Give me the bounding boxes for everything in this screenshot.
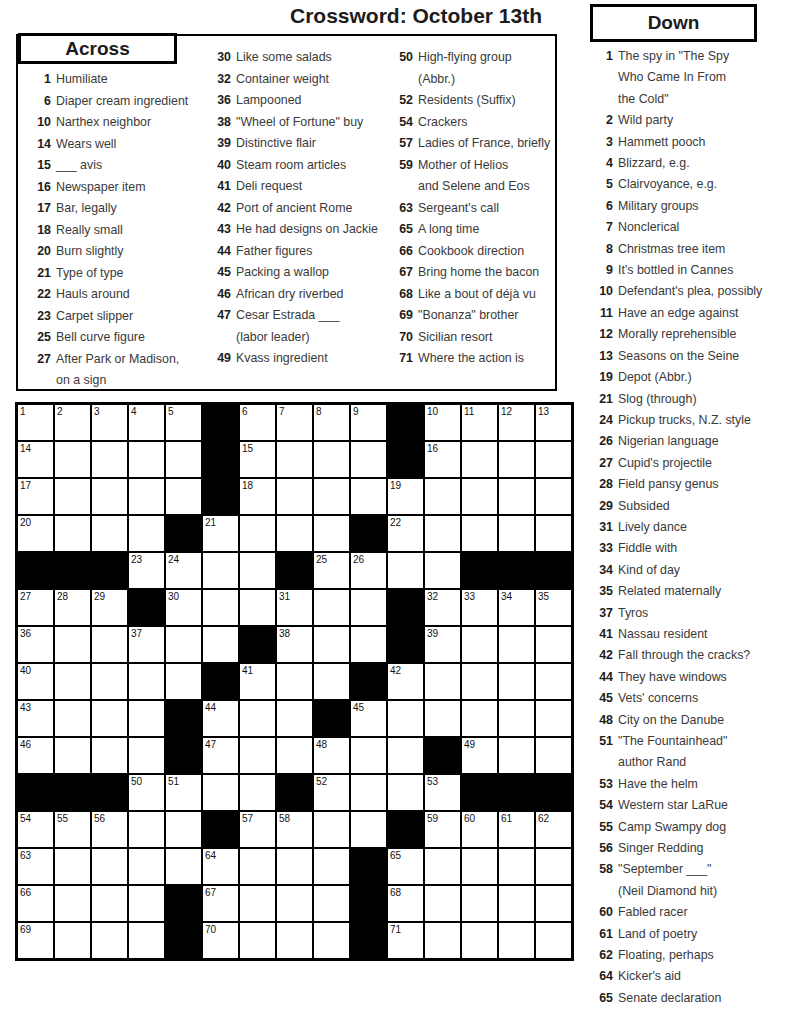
cell-number: 44 bbox=[205, 702, 216, 713]
cell-r11c5[interactable]: 51 bbox=[165, 774, 202, 811]
cell-r7c2[interactable] bbox=[54, 626, 91, 663]
cell-r14c7[interactable] bbox=[239, 885, 276, 922]
cell-r12c4[interactable] bbox=[128, 811, 165, 848]
block-r5c8 bbox=[276, 552, 313, 589]
cell-r1c2[interactable]: 2 bbox=[54, 404, 91, 441]
clue-number: 61 bbox=[589, 924, 613, 945]
cell-r10c11[interactable] bbox=[387, 737, 424, 774]
down-header: Down bbox=[590, 4, 757, 42]
cell-r9c3[interactable] bbox=[91, 700, 128, 737]
cell-number: 57 bbox=[242, 813, 253, 824]
cell-number: 58 bbox=[279, 813, 290, 824]
clue-text: Container weight bbox=[236, 69, 329, 91]
cell-r1c14[interactable]: 12 bbox=[498, 404, 535, 441]
cell-r3c13[interactable] bbox=[461, 478, 498, 515]
block-r9c9 bbox=[313, 700, 350, 737]
cell-r9c10[interactable]: 45 bbox=[350, 700, 387, 737]
cell-r14c2[interactable] bbox=[54, 885, 91, 922]
cell-r12c3[interactable]: 56 bbox=[91, 811, 128, 848]
cell-r11c6[interactable] bbox=[202, 774, 239, 811]
cell-r4c9[interactable] bbox=[313, 515, 350, 552]
cell-r14c15[interactable] bbox=[535, 885, 572, 922]
cell-r2c9[interactable] bbox=[313, 441, 350, 478]
cell-r1c13[interactable]: 11 bbox=[461, 404, 498, 441]
clue-number: 35 bbox=[589, 581, 613, 602]
clue-text: Port of ancient Rome bbox=[236, 198, 352, 220]
clue-down-12: 12Morally reprehensible bbox=[589, 324, 789, 345]
cell-r9c12[interactable] bbox=[424, 700, 461, 737]
cell-r13c13[interactable] bbox=[461, 848, 498, 885]
cell-r11c7[interactable] bbox=[239, 774, 276, 811]
cell-r5c9[interactable]: 25 bbox=[313, 552, 350, 589]
cell-r3c8[interactable] bbox=[276, 478, 313, 515]
clue-text: Cookbook direction bbox=[418, 241, 524, 263]
cell-number: 67 bbox=[205, 887, 216, 898]
block-r13c10 bbox=[350, 848, 387, 885]
cell-r2c10[interactable] bbox=[350, 441, 387, 478]
cell-number: 40 bbox=[20, 665, 31, 676]
cell-r15c1[interactable]: 69 bbox=[17, 922, 54, 959]
cell-r1c15[interactable]: 13 bbox=[535, 404, 572, 441]
cell-r1c4[interactable]: 4 bbox=[128, 404, 165, 441]
clue-across-66: 66Cookbook direction bbox=[389, 241, 567, 263]
cell-r14c12[interactable] bbox=[424, 885, 461, 922]
cell-r10c7[interactable] bbox=[239, 737, 276, 774]
cell-r8c2[interactable] bbox=[54, 663, 91, 700]
clue-text: Pickup trucks, N.Z. style bbox=[618, 410, 751, 431]
cell-r14c1[interactable]: 66 bbox=[17, 885, 54, 922]
cell-r13c9[interactable] bbox=[313, 848, 350, 885]
crossword-page: Crossword: October 13th Across 1Humiliat… bbox=[0, 0, 791, 1024]
cell-r6c12[interactable]: 32 bbox=[424, 589, 461, 626]
clue-down-55: 55Camp Swampy dog bbox=[589, 817, 789, 838]
block-r3c6 bbox=[202, 478, 239, 515]
cell-r9c14[interactable] bbox=[498, 700, 535, 737]
cell-r6c14[interactable]: 34 bbox=[498, 589, 535, 626]
clue-down-45: 45Vets' concerns bbox=[589, 688, 789, 709]
cell-r2c5[interactable] bbox=[165, 441, 202, 478]
cell-number: 5 bbox=[168, 406, 174, 417]
cell-r1c8[interactable]: 7 bbox=[276, 404, 313, 441]
cell-r7c8[interactable]: 38 bbox=[276, 626, 313, 663]
cell-r13c15[interactable] bbox=[535, 848, 572, 885]
cell-r5c12[interactable] bbox=[424, 552, 461, 589]
cell-r9c6[interactable]: 44 bbox=[202, 700, 239, 737]
cell-r13c12[interactable] bbox=[424, 848, 461, 885]
clue-across-49: 49Kvass ingredient bbox=[207, 348, 389, 370]
clue-text: Seasons on the Seine bbox=[618, 346, 739, 367]
cell-r4c7[interactable] bbox=[239, 515, 276, 552]
cell-r10c4[interactable] bbox=[128, 737, 165, 774]
cell-number: 31 bbox=[279, 591, 290, 602]
clue-across-40: 40Steam room articles bbox=[207, 155, 389, 177]
cell-r13c5[interactable] bbox=[165, 848, 202, 885]
cell-r8c9[interactable] bbox=[313, 663, 350, 700]
cell-r4c15[interactable] bbox=[535, 515, 572, 552]
clue-number: 36 bbox=[207, 90, 231, 112]
clue-number: 3 bbox=[589, 132, 613, 153]
cell-r6c1[interactable]: 27 bbox=[17, 589, 54, 626]
clue-text: A long time bbox=[418, 219, 479, 241]
cell-r15c13[interactable] bbox=[461, 922, 498, 959]
cell-r6c15[interactable]: 35 bbox=[535, 589, 572, 626]
clue-down-34: 34Kind of day bbox=[589, 560, 789, 581]
cell-r8c7[interactable]: 41 bbox=[239, 663, 276, 700]
cell-r4c13[interactable] bbox=[461, 515, 498, 552]
cell-r15c11[interactable]: 71 bbox=[387, 922, 424, 959]
cell-r7c10[interactable] bbox=[350, 626, 387, 663]
clue-text: Fabled racer bbox=[618, 902, 688, 923]
cell-r9c11[interactable] bbox=[387, 700, 424, 737]
cell-number: 51 bbox=[168, 776, 179, 787]
clue-number: 10 bbox=[589, 281, 613, 302]
clue-number: 42 bbox=[207, 198, 231, 220]
cell-r1c10[interactable]: 9 bbox=[350, 404, 387, 441]
cell-r4c6[interactable]: 21 bbox=[202, 515, 239, 552]
cell-r6c13[interactable]: 33 bbox=[461, 589, 498, 626]
clue-text: The spy in "The Spy Who Came In From the… bbox=[618, 46, 742, 110]
cell-r14c11[interactable]: 68 bbox=[387, 885, 424, 922]
cell-r14c9[interactable] bbox=[313, 885, 350, 922]
cell-r5c7[interactable] bbox=[239, 552, 276, 589]
cell-r3c4[interactable] bbox=[128, 478, 165, 515]
cell-r2c7[interactable]: 15 bbox=[239, 441, 276, 478]
cell-r2c4[interactable] bbox=[128, 441, 165, 478]
cell-r10c10[interactable] bbox=[350, 737, 387, 774]
cell-r13c6[interactable]: 64 bbox=[202, 848, 239, 885]
clue-number: 6 bbox=[589, 196, 613, 217]
clue-number: 64 bbox=[589, 966, 613, 987]
cell-r6c10[interactable] bbox=[350, 589, 387, 626]
down-clues-list: 1The spy in "The Spy Who Came In From th… bbox=[589, 46, 789, 1009]
cell-number: 62 bbox=[538, 813, 549, 824]
cell-number: 43 bbox=[20, 702, 31, 713]
cell-r5c4[interactable]: 23 bbox=[128, 552, 165, 589]
cell-r15c9[interactable] bbox=[313, 922, 350, 959]
cell-r12c13[interactable]: 60 bbox=[461, 811, 498, 848]
cell-r10c2[interactable] bbox=[54, 737, 91, 774]
clue-number: 70 bbox=[389, 327, 413, 349]
cell-r13c7[interactable] bbox=[239, 848, 276, 885]
cell-r3c5[interactable] bbox=[165, 478, 202, 515]
clue-number: 26 bbox=[589, 431, 613, 452]
cell-r13c14[interactable] bbox=[498, 848, 535, 885]
cell-r8c3[interactable] bbox=[91, 663, 128, 700]
cell-r12c12[interactable]: 59 bbox=[424, 811, 461, 848]
cell-r3c1[interactable]: 17 bbox=[17, 478, 54, 515]
cell-r2c12[interactable]: 16 bbox=[424, 441, 461, 478]
clue-number: 16 bbox=[27, 177, 51, 199]
cell-r9c13[interactable] bbox=[461, 700, 498, 737]
cell-r6c7[interactable] bbox=[239, 589, 276, 626]
cell-r6c2[interactable]: 28 bbox=[54, 589, 91, 626]
cell-r10c1[interactable]: 46 bbox=[17, 737, 54, 774]
cell-r2c2[interactable] bbox=[54, 441, 91, 478]
cell-r5c5[interactable]: 24 bbox=[165, 552, 202, 589]
clue-down-7: 7Nonclerical bbox=[589, 217, 789, 238]
cell-r2c15[interactable] bbox=[535, 441, 572, 478]
clue-across-39: 39Distinctive flair bbox=[207, 133, 389, 155]
clue-text: It's bottled in Cannes bbox=[618, 260, 733, 281]
cell-r3c10[interactable] bbox=[350, 478, 387, 515]
clue-number: 54 bbox=[589, 795, 613, 816]
cell-r13c2[interactable] bbox=[54, 848, 91, 885]
cell-number: 49 bbox=[464, 739, 475, 750]
across-clues-column-3: 50High-flying group (Abbr.)52Residents (… bbox=[389, 47, 567, 370]
cell-r12c7[interactable]: 57 bbox=[239, 811, 276, 848]
clue-number: 62 bbox=[589, 945, 613, 966]
clue-down-56: 56Singer Redding bbox=[589, 838, 789, 859]
cell-r4c4[interactable] bbox=[128, 515, 165, 552]
clue-number: 55 bbox=[589, 817, 613, 838]
cell-number: 42 bbox=[390, 665, 401, 676]
clue-text: Tyros bbox=[618, 603, 648, 624]
clue-down-4: 4Blizzard, e.g. bbox=[589, 153, 789, 174]
cell-r6c9[interactable] bbox=[313, 589, 350, 626]
cell-r7c1[interactable]: 36 bbox=[17, 626, 54, 663]
cell-r13c1[interactable]: 63 bbox=[17, 848, 54, 885]
cell-r12c2[interactable]: 55 bbox=[54, 811, 91, 848]
cell-r11c4[interactable]: 50 bbox=[128, 774, 165, 811]
cell-r13c8[interactable] bbox=[276, 848, 313, 885]
cell-r7c12[interactable]: 39 bbox=[424, 626, 461, 663]
clue-across-68: 68Like a bout of déjà vu bbox=[389, 284, 567, 306]
cell-r6c5[interactable]: 30 bbox=[165, 589, 202, 626]
clue-across-69: 69"Bonanza" brother bbox=[389, 305, 567, 327]
cell-r15c4[interactable] bbox=[128, 922, 165, 959]
block-r8c10 bbox=[350, 663, 387, 700]
cell-r13c11[interactable]: 65 bbox=[387, 848, 424, 885]
clue-text: Sergeant's call bbox=[418, 198, 499, 220]
cell-number: 11 bbox=[464, 406, 474, 417]
cell-r12c8[interactable]: 58 bbox=[276, 811, 313, 848]
block-r1c6 bbox=[202, 404, 239, 441]
cell-r11c9[interactable]: 52 bbox=[313, 774, 350, 811]
clue-down-61: 61Land of poetry bbox=[589, 924, 789, 945]
cell-r13c4[interactable] bbox=[128, 848, 165, 885]
cell-r8c15[interactable] bbox=[535, 663, 572, 700]
cell-r4c14[interactable] bbox=[498, 515, 535, 552]
cell-r4c11[interactable]: 22 bbox=[387, 515, 424, 552]
clue-number: 1 bbox=[27, 69, 51, 91]
cell-r10c9[interactable]: 48 bbox=[313, 737, 350, 774]
clue-down-27: 27Cupid's projectile bbox=[589, 453, 789, 474]
cell-number: 2 bbox=[57, 406, 63, 417]
clue-across-22: 22Hauls around bbox=[27, 284, 209, 306]
clue-down-10: 10Defendant's plea, possibly bbox=[589, 281, 789, 302]
cell-number: 22 bbox=[390, 517, 401, 528]
clue-across-23: 23Carpet slipper bbox=[27, 306, 209, 328]
cell-number: 12 bbox=[501, 406, 512, 417]
block-r14c10 bbox=[350, 885, 387, 922]
cell-r10c15[interactable] bbox=[535, 737, 572, 774]
clue-across-32: 32Container weight bbox=[207, 69, 389, 91]
cell-r3c2[interactable] bbox=[54, 478, 91, 515]
cell-r7c4[interactable]: 37 bbox=[128, 626, 165, 663]
cell-r8c1[interactable]: 40 bbox=[17, 663, 54, 700]
cell-r7c14[interactable] bbox=[498, 626, 535, 663]
clue-down-2: 2Wild party bbox=[589, 110, 789, 131]
cell-r3c11[interactable]: 19 bbox=[387, 478, 424, 515]
block-r15c5 bbox=[165, 922, 202, 959]
cell-r3c15[interactable] bbox=[535, 478, 572, 515]
clue-number: 38 bbox=[207, 112, 231, 134]
cell-r12c10[interactable] bbox=[350, 811, 387, 848]
cell-r4c3[interactable] bbox=[91, 515, 128, 552]
cell-r10c8[interactable] bbox=[276, 737, 313, 774]
clue-down-19: 19Depot (Abbr.) bbox=[589, 367, 789, 388]
cell-r2c3[interactable] bbox=[91, 441, 128, 478]
cell-r8c5[interactable] bbox=[165, 663, 202, 700]
clue-text: African dry riverbed bbox=[236, 284, 343, 306]
clue-across-16: 16Newspaper item bbox=[27, 177, 209, 199]
cell-r12c15[interactable]: 62 bbox=[535, 811, 572, 848]
cell-r1c12[interactable]: 10 bbox=[424, 404, 461, 441]
cell-r5c10[interactable]: 26 bbox=[350, 552, 387, 589]
cell-r11c10[interactable] bbox=[350, 774, 387, 811]
block-r2c11 bbox=[387, 441, 424, 478]
cell-r15c2[interactable] bbox=[54, 922, 91, 959]
cell-r8c13[interactable] bbox=[461, 663, 498, 700]
clue-across-1: 1Humiliate bbox=[27, 69, 209, 91]
cell-r14c3[interactable] bbox=[91, 885, 128, 922]
cell-r4c2[interactable] bbox=[54, 515, 91, 552]
cell-r15c15[interactable] bbox=[535, 922, 572, 959]
cell-r1c1[interactable]: 1 bbox=[17, 404, 54, 441]
cell-r14c4[interactable] bbox=[128, 885, 165, 922]
cell-r7c9[interactable] bbox=[313, 626, 350, 663]
cell-r10c3[interactable] bbox=[91, 737, 128, 774]
clue-text: Ladies of France, briefly bbox=[418, 133, 550, 155]
cell-r7c5[interactable] bbox=[165, 626, 202, 663]
cell-r15c6[interactable]: 70 bbox=[202, 922, 239, 959]
cell-r14c14[interactable] bbox=[498, 885, 535, 922]
clue-text: Nonclerical bbox=[618, 217, 679, 238]
clue-across-15: 15___ avis bbox=[27, 155, 209, 177]
cell-r5c6[interactable] bbox=[202, 552, 239, 589]
cell-r2c8[interactable] bbox=[276, 441, 313, 478]
cell-r15c12[interactable] bbox=[424, 922, 461, 959]
cell-r9c15[interactable] bbox=[535, 700, 572, 737]
cell-r11c12[interactable]: 53 bbox=[424, 774, 461, 811]
cell-r4c12[interactable] bbox=[424, 515, 461, 552]
clue-number: 56 bbox=[589, 838, 613, 859]
cell-number: 21 bbox=[205, 517, 216, 528]
cell-r13c3[interactable] bbox=[91, 848, 128, 885]
crossword-grid: 1234567891011121314151617181920212223242… bbox=[15, 402, 574, 961]
cell-r8c14[interactable] bbox=[498, 663, 535, 700]
cell-r1c7[interactable]: 6 bbox=[239, 404, 276, 441]
cell-r8c4[interactable] bbox=[128, 663, 165, 700]
cell-number: 64 bbox=[205, 850, 216, 861]
cell-r4c8[interactable] bbox=[276, 515, 313, 552]
cell-number: 20 bbox=[20, 517, 31, 528]
cell-r12c1[interactable]: 54 bbox=[17, 811, 54, 848]
cell-r7c15[interactable] bbox=[535, 626, 572, 663]
cell-r1c3[interactable]: 3 bbox=[91, 404, 128, 441]
cell-r12c5[interactable] bbox=[165, 811, 202, 848]
cell-r15c8[interactable] bbox=[276, 922, 313, 959]
clue-text: Diaper cream ingredient bbox=[56, 91, 188, 113]
clue-down-64: 64Kicker's aid bbox=[589, 966, 789, 987]
cell-r3c7[interactable]: 18 bbox=[239, 478, 276, 515]
cell-r11c11[interactable] bbox=[387, 774, 424, 811]
cell-r8c8[interactable] bbox=[276, 663, 313, 700]
cell-r2c13[interactable] bbox=[461, 441, 498, 478]
cell-r14c8[interactable] bbox=[276, 885, 313, 922]
cell-r8c11[interactable]: 42 bbox=[387, 663, 424, 700]
cell-r6c8[interactable]: 31 bbox=[276, 589, 313, 626]
clue-across-21: 21Type of type bbox=[27, 263, 209, 285]
clue-down-41: 41Nassau resident bbox=[589, 624, 789, 645]
cell-r2c1[interactable]: 14 bbox=[17, 441, 54, 478]
cell-r9c7[interactable] bbox=[239, 700, 276, 737]
cell-r5c11[interactable] bbox=[387, 552, 424, 589]
clue-across-18: 18Really small bbox=[27, 220, 209, 242]
cell-r6c3[interactable]: 29 bbox=[91, 589, 128, 626]
cell-r14c6[interactable]: 67 bbox=[202, 885, 239, 922]
cell-r12c9[interactable] bbox=[313, 811, 350, 848]
cell-r15c7[interactable] bbox=[239, 922, 276, 959]
clue-text: Sicilian resort bbox=[418, 327, 492, 349]
clue-down-37: 37Tyros bbox=[589, 603, 789, 624]
clue-number: 68 bbox=[389, 284, 413, 306]
cell-r6c6[interactable] bbox=[202, 589, 239, 626]
cell-r9c2[interactable] bbox=[54, 700, 91, 737]
cell-r9c4[interactable] bbox=[128, 700, 165, 737]
clue-text: Where the action is bbox=[418, 348, 524, 370]
clue-number: 53 bbox=[589, 774, 613, 795]
clue-number: 69 bbox=[389, 305, 413, 327]
cell-r15c14[interactable] bbox=[498, 922, 535, 959]
cell-r8c12[interactable] bbox=[424, 663, 461, 700]
clue-number: 50 bbox=[389, 47, 413, 69]
cell-r7c13[interactable] bbox=[461, 626, 498, 663]
cell-r9c1[interactable]: 43 bbox=[17, 700, 54, 737]
cell-r12c14[interactable]: 61 bbox=[498, 811, 535, 848]
cell-number: 45 bbox=[353, 702, 364, 713]
block-r11c1 bbox=[17, 774, 54, 811]
clue-number: 34 bbox=[589, 560, 613, 581]
cell-r7c3[interactable] bbox=[91, 626, 128, 663]
clue-number: 41 bbox=[207, 176, 231, 198]
cell-r10c13[interactable]: 49 bbox=[461, 737, 498, 774]
clue-text: They have windows bbox=[618, 667, 727, 688]
cell-r15c3[interactable] bbox=[91, 922, 128, 959]
block-r9c5 bbox=[165, 700, 202, 737]
cell-number: 3 bbox=[94, 406, 100, 417]
cell-r4c1[interactable]: 20 bbox=[17, 515, 54, 552]
cell-r1c9[interactable]: 8 bbox=[313, 404, 350, 441]
cell-number: 47 bbox=[205, 739, 216, 750]
block-r5c3 bbox=[91, 552, 128, 589]
cell-r7c6[interactable] bbox=[202, 626, 239, 663]
cell-r9c8[interactable] bbox=[276, 700, 313, 737]
cell-r3c9[interactable] bbox=[313, 478, 350, 515]
clue-down-62: 62Floating, perhaps bbox=[589, 945, 789, 966]
clue-text: Bell curve figure bbox=[56, 327, 145, 349]
cell-r1c5[interactable]: 5 bbox=[165, 404, 202, 441]
cell-r10c14[interactable] bbox=[498, 737, 535, 774]
clue-text: Steam room articles bbox=[236, 155, 346, 177]
cell-r2c14[interactable] bbox=[498, 441, 535, 478]
cell-r3c14[interactable] bbox=[498, 478, 535, 515]
cell-r14c13[interactable] bbox=[461, 885, 498, 922]
cell-r10c6[interactable]: 47 bbox=[202, 737, 239, 774]
clue-text: "Bonanza" brother bbox=[418, 305, 518, 327]
cell-r3c3[interactable] bbox=[91, 478, 128, 515]
cell-r3c12[interactable] bbox=[424, 478, 461, 515]
